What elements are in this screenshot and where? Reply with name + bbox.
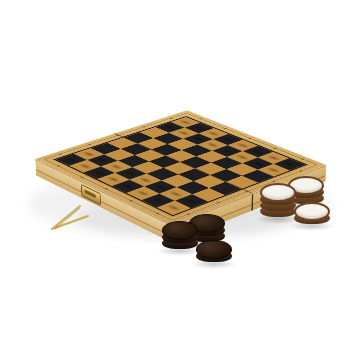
product-photo: ♜♞♝♚♛♝♞♜♟♟♟♟♟♟♟♟♟♟♟♟♟♟♟♟♜♞♝♚♛♝♞♜: [0, 0, 352, 352]
white-checker-top: [260, 183, 296, 202]
dark-checker-top: [196, 240, 232, 259]
white-checker-top: [294, 202, 330, 221]
dark-checker-top: [162, 221, 198, 240]
checkers-pieces: [0, 0, 352, 352]
